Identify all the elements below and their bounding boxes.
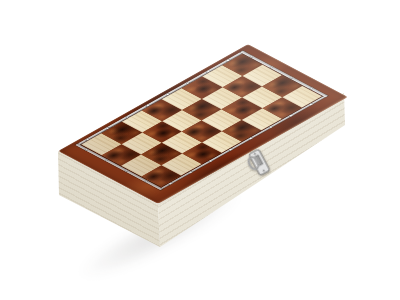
chess-box-product-photo — [0, 0, 400, 300]
